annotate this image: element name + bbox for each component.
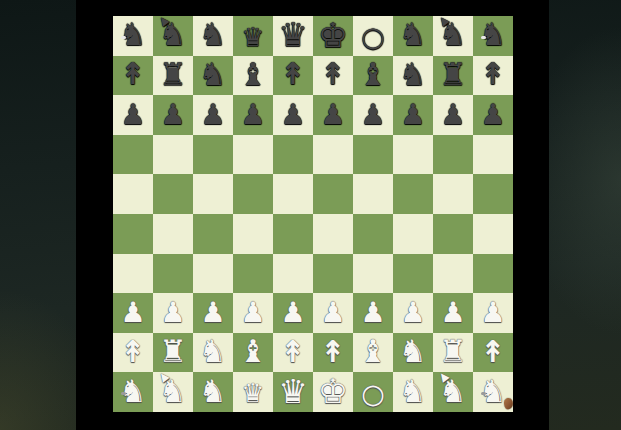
square-j5[interactable] [473, 214, 513, 254]
black-pawn[interactable]: ♟ [353, 95, 393, 135]
white-queen[interactable]: ♛ [273, 372, 313, 412]
square-f8[interactable]: ♟ [313, 95, 353, 135]
square-f9[interactable]: ↟ [313, 56, 353, 96]
white-arrow[interactable]: ↟ [273, 333, 313, 373]
black-unicorn[interactable]: ♞▲ [433, 16, 473, 56]
white-pawn[interactable]: ♟ [113, 293, 153, 333]
arrow-glyph: ↟ [280, 337, 305, 367]
square-c5[interactable] [193, 214, 233, 254]
white-bishop[interactable]: ♝ [233, 333, 273, 373]
square-i7[interactable] [433, 135, 473, 175]
square-e9[interactable]: ↟ [273, 56, 313, 96]
arrow-glyph: ↟ [320, 337, 345, 367]
square-f1[interactable]: ♚ [313, 372, 353, 412]
white-rook[interactable]: ♜ [433, 333, 473, 373]
pawn-glyph: ♟ [480, 101, 505, 129]
white-knight[interactable]: ♞ [193, 372, 233, 412]
square-e5[interactable] [273, 214, 313, 254]
square-i9[interactable]: ♜ [433, 56, 473, 96]
black-bishop[interactable]: ♝ [233, 56, 273, 96]
square-h9[interactable]: ♞ [393, 56, 433, 96]
black-pawn[interactable]: ♟ [313, 95, 353, 135]
square-e6[interactable] [273, 174, 313, 214]
pawn-glyph: ♟ [480, 299, 505, 327]
black-arrow[interactable]: ↟ [273, 56, 313, 96]
black-tusked-horse[interactable]: ♞ [473, 16, 513, 56]
knight-glyph: ♞ [399, 376, 427, 407]
black-pawn[interactable]: ♟ [433, 95, 473, 135]
knight-glyph: ♞ [399, 19, 427, 50]
white-pawn[interactable]: ♟ [393, 293, 433, 333]
square-b4[interactable] [153, 254, 193, 294]
black-arrow[interactable]: ↟ [313, 56, 353, 96]
square-d5[interactable] [233, 214, 273, 254]
black-pawn[interactable]: ♟ [233, 95, 273, 135]
tusk-icon [121, 36, 126, 39]
black-knight[interactable]: ♞ [193, 56, 233, 96]
black-ring[interactable]: ○ [353, 16, 393, 56]
knight-glyph: ♞ [199, 19, 227, 50]
black-rook[interactable]: ♜ [153, 56, 193, 96]
square-b3[interactable]: ♟ [153, 293, 193, 333]
pawn-glyph: ♟ [160, 101, 185, 129]
square-a2[interactable]: ↟ [113, 333, 153, 373]
pawn-glyph: ♟ [160, 299, 185, 327]
square-j10[interactable]: ♞ [473, 16, 513, 56]
pawn-glyph: ♟ [200, 299, 225, 327]
square-d3[interactable]: ♟ [233, 293, 273, 333]
rook-glyph: ♜ [159, 336, 187, 367]
square-g9[interactable]: ♝ [353, 56, 393, 96]
rook-glyph: ♜ [439, 336, 467, 367]
square-d4[interactable] [233, 254, 273, 294]
square-i1[interactable]: ♞▲ [433, 372, 473, 412]
white-knight[interactable]: ♞ [193, 333, 233, 373]
square-b5[interactable] [153, 214, 193, 254]
square-f10[interactable]: ♚ [313, 16, 353, 56]
square-g3[interactable]: ♟ [353, 293, 393, 333]
square-g6[interactable] [353, 174, 393, 214]
square-d9[interactable]: ♝ [233, 56, 273, 96]
arrow-glyph: ↟ [480, 337, 505, 367]
queen-glyph: ♛ [278, 18, 308, 51]
square-j2[interactable]: ↟ [473, 333, 513, 373]
square-d8[interactable]: ♟ [233, 95, 273, 135]
square-e1[interactable]: ♛ [273, 372, 313, 412]
white-princess[interactable]: ♛ [233, 372, 273, 412]
arrow-glyph: ↟ [120, 337, 145, 367]
pawn-glyph: ♟ [280, 299, 305, 327]
white-rook[interactable]: ♜ [153, 333, 193, 373]
pawn-glyph: ♟ [280, 101, 305, 129]
black-pawn[interactable]: ♟ [153, 95, 193, 135]
white-pawn[interactable]: ♟ [273, 293, 313, 333]
square-e10[interactable]: ♛ [273, 16, 313, 56]
square-h10[interactable]: ♞ [393, 16, 433, 56]
square-h6[interactable] [393, 174, 433, 214]
pawn-glyph: ♟ [360, 299, 385, 327]
square-a10[interactable]: ♞ [113, 16, 153, 56]
king-glyph: ♚ [318, 18, 348, 52]
tusked-horse-glyph: ♞ [119, 376, 147, 407]
square-i8[interactable]: ♟ [433, 95, 473, 135]
square-g5[interactable] [353, 214, 393, 254]
white-knight[interactable]: ♞ [393, 372, 433, 412]
black-king[interactable]: ♚ [313, 16, 353, 56]
square-d6[interactable] [233, 174, 273, 214]
square-b6[interactable] [153, 174, 193, 214]
square-c7[interactable] [193, 135, 233, 175]
square-j4[interactable] [473, 254, 513, 294]
square-a4[interactable] [113, 254, 153, 294]
black-princess[interactable]: ♛ [233, 16, 273, 56]
white-ring[interactable]: ○ [353, 372, 393, 412]
knight-glyph: ♞ [199, 336, 227, 367]
black-arrow[interactable]: ↟ [473, 56, 513, 96]
chess-board: ♞♞▲♞♛♛♚○♞♞▲♞↟♜♞♝↟↟♝♞♜↟♟♟♟♟♟♟♟♟♟♟♟♟♟♟♟♟♟♟… [113, 16, 513, 412]
square-c3[interactable]: ♟ [193, 293, 233, 333]
square-e7[interactable] [273, 135, 313, 175]
knight-glyph: ♞ [199, 59, 227, 90]
square-i3[interactable]: ♟ [433, 293, 473, 333]
black-arrow[interactable]: ↟ [113, 56, 153, 96]
black-pawn[interactable]: ♟ [113, 95, 153, 135]
black-queen[interactable]: ♛ [273, 16, 313, 56]
square-a7[interactable] [113, 135, 153, 175]
square-a9[interactable]: ↟ [113, 56, 153, 96]
square-c6[interactable] [193, 174, 233, 214]
black-pawn[interactable]: ♟ [273, 95, 313, 135]
pawn-glyph: ♟ [120, 101, 145, 129]
bishop-glyph: ♝ [239, 336, 267, 367]
square-g4[interactable] [353, 254, 393, 294]
white-pawn[interactable]: ♟ [353, 293, 393, 333]
black-pawn[interactable]: ♟ [473, 95, 513, 135]
ring-glyph: ○ [361, 23, 385, 50]
page-background: { "app": { "description": "Chess-variant… [0, 0, 621, 430]
square-d7[interactable] [233, 135, 273, 175]
square-b7[interactable] [153, 135, 193, 175]
tusked-horse-glyph: ♞ [479, 19, 507, 50]
square-c4[interactable] [193, 254, 233, 294]
square-f6[interactable] [313, 174, 353, 214]
square-g8[interactable]: ♟ [353, 95, 393, 135]
pawn-glyph: ♟ [320, 299, 345, 327]
white-arrow[interactable]: ↟ [473, 333, 513, 373]
bishop-glyph: ♝ [239, 59, 267, 90]
ring-glyph: ○ [361, 380, 385, 407]
white-knight[interactable]: ♞ [393, 333, 433, 373]
white-unicorn[interactable]: ♞▲ [433, 372, 473, 412]
tusked-horse-glyph: ♞ [119, 19, 147, 50]
square-e8[interactable]: ♟ [273, 95, 313, 135]
pawn-glyph: ♟ [240, 299, 265, 327]
square-e2[interactable]: ↟ [273, 333, 313, 373]
knight-glyph: ♞ [199, 376, 227, 407]
pawn-glyph: ♟ [200, 101, 225, 129]
white-bishop[interactable]: ♝ [353, 333, 393, 373]
square-a3[interactable]: ♟ [113, 293, 153, 333]
square-d2[interactable]: ♝ [233, 333, 273, 373]
square-b1[interactable]: ♞▲ [153, 372, 193, 412]
square-h5[interactable] [393, 214, 433, 254]
square-f2[interactable]: ↟ [313, 333, 353, 373]
pawn-glyph: ♟ [320, 101, 345, 129]
black-knight[interactable]: ♞ [393, 16, 433, 56]
white-pawn[interactable]: ♟ [433, 293, 473, 333]
square-i4[interactable] [433, 254, 473, 294]
square-a1[interactable]: ♞ [113, 372, 153, 412]
square-h4[interactable] [393, 254, 433, 294]
square-c10[interactable]: ♞ [193, 16, 233, 56]
square-c2[interactable]: ♞ [193, 333, 233, 373]
pawn-glyph: ♟ [120, 299, 145, 327]
square-h1[interactable]: ♞ [393, 372, 433, 412]
square-a6[interactable] [113, 174, 153, 214]
square-g10[interactable]: ○ [353, 16, 393, 56]
square-i10[interactable]: ♞▲ [433, 16, 473, 56]
square-d10[interactable]: ♛ [233, 16, 273, 56]
white-pawn[interactable]: ♟ [313, 293, 353, 333]
black-rook[interactable]: ♜ [433, 56, 473, 96]
white-king[interactable]: ♚ [313, 372, 353, 412]
square-a8[interactable]: ♟ [113, 95, 153, 135]
square-f4[interactable] [313, 254, 353, 294]
white-pawn[interactable]: ♟ [233, 293, 273, 333]
pawn-glyph: ♟ [400, 299, 425, 327]
square-j6[interactable] [473, 174, 513, 214]
square-g1[interactable]: ○ [353, 372, 393, 412]
app-window: ♞♞▲♞♛♛♚○♞♞▲♞↟♜♞♝↟↟♝♞♜↟♟♟♟♟♟♟♟♟♟♟♟♟♟♟♟♟♟♟… [76, 0, 549, 430]
square-h8[interactable]: ♟ [393, 95, 433, 135]
square-a5[interactable] [113, 214, 153, 254]
white-tusked-horse[interactable]: ♞ [113, 372, 153, 412]
square-d1[interactable]: ♛ [233, 372, 273, 412]
square-e4[interactable] [273, 254, 313, 294]
square-f7[interactable] [313, 135, 353, 175]
pawn-glyph: ♟ [440, 101, 465, 129]
black-pawn[interactable]: ♟ [193, 95, 233, 135]
pawn-glyph: ♟ [440, 299, 465, 327]
pawn-glyph: ♟ [240, 101, 265, 129]
pawn-glyph: ♟ [400, 101, 425, 129]
tusk-icon [481, 36, 486, 39]
arrow-glyph: ↟ [320, 59, 345, 89]
rook-glyph: ♜ [439, 59, 467, 90]
rook-glyph: ♜ [159, 59, 187, 90]
square-j7[interactable] [473, 135, 513, 175]
square-h3[interactable]: ♟ [393, 293, 433, 333]
white-unicorn[interactable]: ♞▲ [153, 372, 193, 412]
square-i6[interactable] [433, 174, 473, 214]
square-b8[interactable]: ♟ [153, 95, 193, 135]
arrow-glyph: ↟ [280, 59, 305, 89]
square-g7[interactable] [353, 135, 393, 175]
black-knight[interactable]: ♞ [193, 16, 233, 56]
princess-glyph: ♛ [241, 380, 264, 406]
square-i5[interactable] [433, 214, 473, 254]
queen-glyph: ♛ [278, 375, 308, 408]
black-pawn[interactable]: ♟ [393, 95, 433, 135]
square-b9[interactable]: ♜ [153, 56, 193, 96]
white-arrow[interactable]: ↟ [113, 333, 153, 373]
pawn-glyph: ♟ [360, 101, 385, 129]
square-h2[interactable]: ♞ [393, 333, 433, 373]
square-i2[interactable]: ♜ [433, 333, 473, 373]
knight-glyph: ♞ [399, 59, 427, 90]
black-tusked-horse[interactable]: ♞ [113, 16, 153, 56]
king-glyph: ♚ [318, 374, 348, 408]
arrow-glyph: ↟ [480, 59, 505, 89]
square-f3[interactable]: ♟ [313, 293, 353, 333]
black-unicorn[interactable]: ♞▲ [153, 16, 193, 56]
square-h7[interactable] [393, 135, 433, 175]
bishop-glyph: ♝ [359, 336, 387, 367]
white-pawn[interactable]: ♟ [473, 293, 513, 333]
bishop-glyph: ♝ [359, 59, 387, 90]
square-c9[interactable]: ♞ [193, 56, 233, 96]
square-j8[interactable]: ♟ [473, 95, 513, 135]
square-j3[interactable]: ♟ [473, 293, 513, 333]
knight-glyph: ♞ [399, 336, 427, 367]
square-j9[interactable]: ↟ [473, 56, 513, 96]
square-c8[interactable]: ♟ [193, 95, 233, 135]
square-b2[interactable]: ♜ [153, 333, 193, 373]
white-pawn[interactable]: ♟ [153, 293, 193, 333]
square-b10[interactable]: ♞▲ [153, 16, 193, 56]
arrow-glyph: ↟ [120, 59, 145, 89]
black-bishop[interactable]: ♝ [353, 56, 393, 96]
square-e3[interactable]: ♟ [273, 293, 313, 333]
princess-glyph: ♛ [241, 24, 264, 50]
black-knight[interactable]: ♞ [393, 56, 433, 96]
white-arrow[interactable]: ↟ [313, 333, 353, 373]
square-f5[interactable] [313, 214, 353, 254]
white-pawn[interactable]: ♟ [193, 293, 233, 333]
square-c1[interactable]: ♞ [193, 372, 233, 412]
square-g2[interactable]: ♝ [353, 333, 393, 373]
